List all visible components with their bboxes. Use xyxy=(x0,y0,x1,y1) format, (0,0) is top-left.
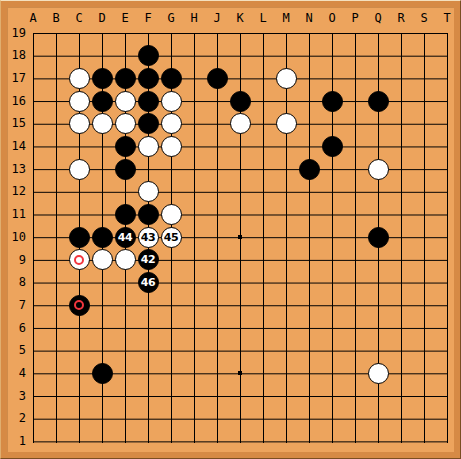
stone-white-C9 xyxy=(69,249,90,270)
stone-white-G14 xyxy=(161,136,182,157)
go-board-frame: ABCDEFGHJKLMNOPQRST 19181716151413121110… xyxy=(0,0,461,459)
move-number-43: 43 xyxy=(141,232,155,243)
stone-white-M15 xyxy=(276,113,297,134)
stone-white-E15 xyxy=(115,113,136,134)
stone-black-F18 xyxy=(138,45,159,66)
stone-black-C10 xyxy=(69,227,90,248)
move-number-42: 42 xyxy=(141,254,155,265)
circle-marker-C9 xyxy=(74,255,84,265)
stone-black-F17 xyxy=(138,68,159,89)
stone-black-D10 xyxy=(92,227,113,248)
board-cells: 4443454246 xyxy=(22,22,459,453)
star-point-K10 xyxy=(238,235,242,239)
stone-black-E10: 44 xyxy=(115,227,136,248)
stone-white-D15 xyxy=(92,113,113,134)
stone-black-E14 xyxy=(115,136,136,157)
stone-white-G10: 45 xyxy=(161,227,182,248)
stone-black-F16 xyxy=(138,91,159,112)
stone-white-C16 xyxy=(69,91,90,112)
stone-white-F10: 43 xyxy=(138,227,159,248)
stone-white-Q4 xyxy=(368,363,389,384)
stone-white-F12 xyxy=(138,181,159,202)
stone-black-E11 xyxy=(115,204,136,225)
stone-white-D9 xyxy=(92,249,113,270)
stone-black-E13 xyxy=(115,159,136,180)
go-board[interactable]: ABCDEFGHJKLMNOPQRST 19181716151413121110… xyxy=(7,7,454,452)
stone-white-F14 xyxy=(138,136,159,157)
stone-black-Q16 xyxy=(368,91,389,112)
stone-black-E17 xyxy=(115,68,136,89)
move-number-44: 44 xyxy=(118,232,132,243)
stone-white-Q13 xyxy=(368,159,389,180)
stone-black-F11 xyxy=(138,204,159,225)
stone-white-E9 xyxy=(115,249,136,270)
stone-white-M17 xyxy=(276,68,297,89)
stone-white-K15 xyxy=(230,113,251,134)
move-number-45: 45 xyxy=(164,232,178,243)
stone-black-K16 xyxy=(230,91,251,112)
stone-black-N13 xyxy=(299,159,320,180)
stone-black-F15 xyxy=(138,113,159,134)
stone-white-G15 xyxy=(161,113,182,134)
star-point-K4 xyxy=(238,371,242,375)
stone-white-E16 xyxy=(115,91,136,112)
stone-white-C15 xyxy=(69,113,90,134)
stone-black-C7 xyxy=(69,295,90,316)
stone-black-J17 xyxy=(207,68,228,89)
stone-black-F8: 46 xyxy=(138,272,159,293)
stone-black-O14 xyxy=(322,136,343,157)
stone-black-O16 xyxy=(322,91,343,112)
stone-black-D17 xyxy=(92,68,113,89)
stone-black-Q10 xyxy=(368,227,389,248)
stone-white-G11 xyxy=(161,204,182,225)
stone-black-D16 xyxy=(92,91,113,112)
circle-marker-C7 xyxy=(74,300,84,310)
stone-black-D4 xyxy=(92,363,113,384)
stone-white-C13 xyxy=(69,159,90,180)
stone-black-F9: 42 xyxy=(138,249,159,270)
stone-black-G17 xyxy=(161,68,182,89)
move-number-46: 46 xyxy=(141,277,155,288)
stone-white-C17 xyxy=(69,68,90,89)
stone-white-G16 xyxy=(161,91,182,112)
